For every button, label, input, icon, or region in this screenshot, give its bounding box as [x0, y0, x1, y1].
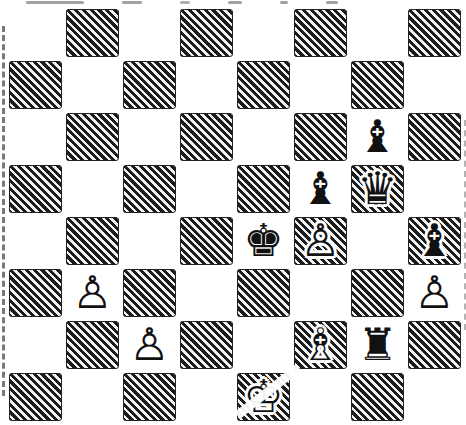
white-pawn-h3: ♙: [414, 268, 454, 318]
square-a2: [7, 319, 64, 371]
square-c4: [121, 215, 178, 267]
square-f2: ♗: [292, 319, 349, 371]
chess-board: ♝♝♛♚♙♝♙♙♙♗♜♔: [7, 7, 463, 423]
square-a7: [7, 59, 64, 111]
square-e8: [235, 7, 292, 59]
square-h2: [406, 319, 463, 371]
square-f8: [292, 7, 349, 59]
square-g2: ♜: [349, 319, 406, 371]
square-c3: [121, 267, 178, 319]
square-f3: [292, 267, 349, 319]
square-b3: ♙: [64, 267, 121, 319]
black-queen-g5: ♛: [357, 164, 397, 214]
torn-page-edge-left: [2, 26, 5, 396]
print-smudge: [326, 1, 338, 4]
square-g6: ♝: [349, 111, 406, 163]
square-a3: [7, 267, 64, 319]
white-pawn-c2: ♙: [129, 320, 169, 370]
square-b4: [64, 215, 121, 267]
square-c8: [121, 7, 178, 59]
square-a5: [7, 163, 64, 215]
square-d5: [178, 163, 235, 215]
square-b6: [64, 111, 121, 163]
square-e2: [235, 319, 292, 371]
square-c7: [121, 59, 178, 111]
square-e1: ♔: [235, 371, 292, 423]
print-smudge: [26, 1, 84, 4]
white-pawn-f4: ♙: [300, 216, 340, 266]
print-smudge: [180, 1, 190, 4]
white-bishop-f2: ♗: [300, 320, 340, 370]
square-g5: ♛: [349, 163, 406, 215]
square-g1: [349, 371, 406, 423]
square-h8: [406, 7, 463, 59]
square-h7: [406, 59, 463, 111]
square-h3: ♙: [406, 267, 463, 319]
square-h5: [406, 163, 463, 215]
square-b5: [64, 163, 121, 215]
square-d3: [178, 267, 235, 319]
square-f5: ♝: [292, 163, 349, 215]
square-h6: [406, 111, 463, 163]
square-h1: [406, 371, 463, 423]
square-c5: [121, 163, 178, 215]
square-d1: [178, 371, 235, 423]
black-king-e4: ♚: [243, 216, 283, 266]
square-f4: ♙: [292, 215, 349, 267]
square-d2: [178, 319, 235, 371]
square-c6: [121, 111, 178, 163]
black-bishop-h4: ♝: [414, 216, 454, 266]
square-e5: [235, 163, 292, 215]
square-c2: ♙: [121, 319, 178, 371]
square-b1: [64, 371, 121, 423]
square-b8: [64, 7, 121, 59]
square-e4: ♚: [235, 215, 292, 267]
square-a6: [7, 111, 64, 163]
print-smudge: [228, 1, 242, 4]
square-d6: [178, 111, 235, 163]
square-d4: [178, 215, 235, 267]
white-pawn-b3: ♙: [72, 268, 112, 318]
square-e7: [235, 59, 292, 111]
square-d7: [178, 59, 235, 111]
square-d8: [178, 7, 235, 59]
square-c1: [121, 371, 178, 423]
square-f7: [292, 59, 349, 111]
black-rook-g2: ♜: [357, 320, 397, 370]
square-f1: [292, 371, 349, 423]
print-smudge: [280, 1, 288, 4]
square-g8: [349, 7, 406, 59]
square-e3: [235, 267, 292, 319]
square-b2: [64, 319, 121, 371]
print-smudge: [122, 1, 142, 4]
square-g4: [349, 215, 406, 267]
black-bishop-f5: ♝: [300, 164, 340, 214]
square-f6: [292, 111, 349, 163]
square-g3: [349, 267, 406, 319]
square-a1: [7, 371, 64, 423]
square-a4: [7, 215, 64, 267]
square-h4: ♝: [406, 215, 463, 267]
square-b7: [64, 59, 121, 111]
square-e6: [235, 111, 292, 163]
square-g7: [349, 59, 406, 111]
square-a8: [7, 7, 64, 59]
black-bishop-g6: ♝: [357, 112, 397, 162]
